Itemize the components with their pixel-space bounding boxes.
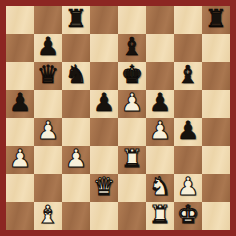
square-g3[interactable] [174,146,202,174]
square-e3[interactable]: ♜ [118,146,146,174]
square-g2[interactable]: ♟ [174,174,202,202]
square-b4[interactable]: ♟ [34,118,62,146]
piece-white-pawn[interactable]: ♟ [9,145,31,173]
square-g4[interactable]: ♟ [174,118,202,146]
piece-white-pawn[interactable]: ♟ [37,117,59,145]
square-f1[interactable]: ♜ [146,202,174,230]
square-g8[interactable] [174,6,202,34]
square-h8[interactable]: ♜ [202,6,230,34]
square-e4[interactable] [118,118,146,146]
square-c3[interactable]: ♟ [62,146,90,174]
piece-black-pawn[interactable]: ♟ [37,33,59,61]
square-h1[interactable] [202,202,230,230]
square-d7[interactable] [90,34,118,62]
square-b8[interactable] [34,6,62,34]
piece-white-pawn[interactable]: ♟ [65,145,87,173]
square-d1[interactable] [90,202,118,230]
piece-black-king[interactable]: ♚ [121,61,143,89]
square-e6[interactable]: ♚ [118,62,146,90]
piece-black-knight[interactable]: ♞ [65,61,87,89]
square-c1[interactable] [62,202,90,230]
square-c5[interactable] [62,90,90,118]
piece-white-pawn[interactable]: ♟ [149,117,171,145]
square-e5[interactable]: ♟ [118,90,146,118]
square-f8[interactable] [146,6,174,34]
piece-black-queen[interactable]: ♛ [37,61,59,89]
piece-white-rook[interactable]: ♜ [121,145,143,173]
square-h4[interactable] [202,118,230,146]
chess-board: ♜♜♟♝♛♞♚♝♟♟♟♟♟♟♟♟♟♜♛♞♟♝♜♚ [6,6,230,230]
piece-black-rook[interactable]: ♜ [205,5,227,33]
square-a6[interactable] [6,62,34,90]
piece-white-pawn[interactable]: ♟ [177,173,199,201]
chess-board-frame: ♜♜♟♝♛♞♚♝♟♟♟♟♟♟♟♟♟♜♛♞♟♝♜♚ [0,0,236,236]
square-h2[interactable] [202,174,230,202]
square-e2[interactable] [118,174,146,202]
square-d2[interactable]: ♛ [90,174,118,202]
square-f7[interactable] [146,34,174,62]
piece-white-king[interactable]: ♚ [177,201,199,229]
square-g1[interactable]: ♚ [174,202,202,230]
square-h6[interactable] [202,62,230,90]
square-d3[interactable] [90,146,118,174]
square-b5[interactable] [34,90,62,118]
piece-white-knight[interactable]: ♞ [149,173,171,201]
piece-white-queen[interactable]: ♛ [93,173,115,201]
square-c7[interactable] [62,34,90,62]
square-b1[interactable]: ♝ [34,202,62,230]
piece-black-pawn[interactable]: ♟ [149,89,171,117]
square-c8[interactable]: ♜ [62,6,90,34]
square-a2[interactable] [6,174,34,202]
square-f3[interactable] [146,146,174,174]
square-b7[interactable]: ♟ [34,34,62,62]
piece-white-pawn[interactable]: ♟ [121,89,143,117]
square-d4[interactable] [90,118,118,146]
square-a1[interactable] [6,202,34,230]
square-e8[interactable] [118,6,146,34]
square-c6[interactable]: ♞ [62,62,90,90]
piece-black-bishop[interactable]: ♝ [121,33,143,61]
square-f2[interactable]: ♞ [146,174,174,202]
square-f6[interactable] [146,62,174,90]
square-b2[interactable] [34,174,62,202]
square-f4[interactable]: ♟ [146,118,174,146]
square-e7[interactable]: ♝ [118,34,146,62]
piece-black-pawn[interactable]: ♟ [9,89,31,117]
piece-black-rook[interactable]: ♜ [65,5,87,33]
square-a5[interactable]: ♟ [6,90,34,118]
piece-black-bishop[interactable]: ♝ [177,61,199,89]
square-b3[interactable] [34,146,62,174]
square-c2[interactable] [62,174,90,202]
square-a4[interactable] [6,118,34,146]
square-f5[interactable]: ♟ [146,90,174,118]
square-c4[interactable] [62,118,90,146]
square-g6[interactable]: ♝ [174,62,202,90]
square-h3[interactable] [202,146,230,174]
piece-black-pawn[interactable]: ♟ [93,89,115,117]
square-g5[interactable] [174,90,202,118]
square-h5[interactable] [202,90,230,118]
square-h7[interactable] [202,34,230,62]
square-d5[interactable]: ♟ [90,90,118,118]
square-d6[interactable] [90,62,118,90]
piece-black-pawn[interactable]: ♟ [177,117,199,145]
square-a8[interactable] [6,6,34,34]
square-e1[interactable] [118,202,146,230]
square-d8[interactable] [90,6,118,34]
square-a7[interactable] [6,34,34,62]
piece-white-bishop[interactable]: ♝ [37,201,59,229]
square-g7[interactable] [174,34,202,62]
piece-white-rook[interactable]: ♜ [149,201,171,229]
square-a3[interactable]: ♟ [6,146,34,174]
square-b6[interactable]: ♛ [34,62,62,90]
